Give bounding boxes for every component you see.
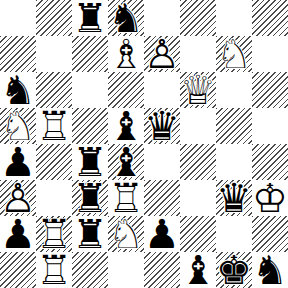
square-a5[interactable]: ♞♘: [0, 108, 36, 144]
square-h3[interactable]: ♚♔: [252, 180, 288, 216]
white-queen-icon: ♕: [180, 72, 216, 108]
white-king-icon-fill: ♚: [252, 180, 288, 216]
white-rook-icon: ♖: [108, 180, 144, 216]
square-e4[interactable]: [144, 144, 180, 180]
square-f7[interactable]: [180, 36, 216, 72]
square-c2[interactable]: ♜: [72, 216, 108, 252]
black-rook-icon: ♜: [72, 216, 108, 252]
black-knight-icon: ♞: [252, 252, 288, 288]
square-f6[interactable]: ♛♕: [180, 72, 216, 108]
square-d4[interactable]: ♝: [108, 144, 144, 180]
square-a7[interactable]: [0, 36, 36, 72]
white-rook-icon-fill: ♜: [36, 252, 72, 288]
square-d3[interactable]: ♜♖: [108, 180, 144, 216]
square-e8[interactable]: [144, 0, 180, 36]
square-b7[interactable]: [36, 36, 72, 72]
square-a4[interactable]: ♟: [0, 144, 36, 180]
square-g5[interactable]: [216, 108, 252, 144]
square-h5[interactable]: [252, 108, 288, 144]
white-bishop-icon-fill: ♝: [108, 36, 144, 72]
square-h8[interactable]: [252, 0, 288, 36]
square-g8[interactable]: [216, 0, 252, 36]
square-f5[interactable]: [180, 108, 216, 144]
square-d2[interactable]: ♞♘: [108, 216, 144, 252]
square-d6[interactable]: [108, 72, 144, 108]
square-a1[interactable]: [0, 252, 36, 288]
square-c1[interactable]: [72, 252, 108, 288]
square-b1[interactable]: ♜♖: [36, 252, 72, 288]
square-e6[interactable]: [144, 72, 180, 108]
white-rook-icon-fill: ♜: [108, 180, 144, 216]
white-knight-icon-fill: ♞: [0, 108, 36, 144]
white-rook-icon: ♖: [36, 216, 72, 252]
white-pawn-icon: ♙: [0, 180, 36, 216]
square-h2[interactable]: [252, 216, 288, 252]
square-g7[interactable]: ♞♘: [216, 36, 252, 72]
square-f8[interactable]: [180, 0, 216, 36]
square-g1[interactable]: ♚: [216, 252, 252, 288]
chess-board: ♜♞♝♗♟♙♞♘♞♛♕♞♘♜♖♝♛♟♜♝♟♙♜♜♖♛♚♔♟♜♖♜♞♘♟♜♖♝♚♞: [0, 0, 288, 288]
black-pawn-icon: ♟: [0, 216, 36, 252]
square-e1[interactable]: [144, 252, 180, 288]
white-knight-icon-fill: ♞: [108, 216, 144, 252]
square-h4[interactable]: [252, 144, 288, 180]
white-rook-icon-fill: ♜: [36, 108, 72, 144]
square-b5[interactable]: ♜♖: [36, 108, 72, 144]
square-h7[interactable]: [252, 36, 288, 72]
white-knight-icon: ♘: [0, 108, 36, 144]
square-f4[interactable]: [180, 144, 216, 180]
square-g2[interactable]: [216, 216, 252, 252]
black-bishop-icon: ♝: [108, 108, 144, 144]
square-a8[interactable]: [0, 0, 36, 36]
white-rook-icon-fill: ♜: [36, 216, 72, 252]
square-c8[interactable]: ♜: [72, 0, 108, 36]
black-queen-icon: ♛: [216, 180, 252, 216]
black-pawn-icon: ♟: [0, 144, 36, 180]
white-king-icon: ♔: [252, 180, 288, 216]
white-rook-icon: ♖: [36, 108, 72, 144]
square-e7[interactable]: ♟♙: [144, 36, 180, 72]
square-a6[interactable]: ♞: [0, 72, 36, 108]
white-knight-icon: ♘: [108, 216, 144, 252]
black-queen-icon: ♛: [144, 108, 180, 144]
square-e3[interactable]: [144, 180, 180, 216]
white-pawn-icon-fill: ♟: [144, 36, 180, 72]
square-b3[interactable]: [36, 180, 72, 216]
black-king-icon: ♚: [216, 252, 252, 288]
black-rook-icon: ♜: [72, 180, 108, 216]
black-knight-icon: ♞: [108, 0, 144, 36]
square-b4[interactable]: [36, 144, 72, 180]
white-knight-icon: ♘: [216, 36, 252, 72]
black-knight-icon: ♞: [0, 72, 36, 108]
black-pawn-icon: ♟: [144, 216, 180, 252]
white-knight-icon-fill: ♞: [216, 36, 252, 72]
square-h1[interactable]: ♞: [252, 252, 288, 288]
white-pawn-icon: ♙: [144, 36, 180, 72]
white-bishop-icon: ♗: [108, 36, 144, 72]
white-queen-icon-fill: ♛: [180, 72, 216, 108]
square-c3[interactable]: ♜: [72, 180, 108, 216]
square-a2[interactable]: ♟: [0, 216, 36, 252]
square-g4[interactable]: [216, 144, 252, 180]
white-pawn-icon-fill: ♟: [0, 180, 36, 216]
square-c4[interactable]: ♜: [72, 144, 108, 180]
black-bishop-icon: ♝: [180, 252, 216, 288]
square-d8[interactable]: ♞: [108, 0, 144, 36]
square-d1[interactable]: [108, 252, 144, 288]
square-c6[interactable]: [72, 72, 108, 108]
square-a3[interactable]: ♟♙: [0, 180, 36, 216]
square-g6[interactable]: [216, 72, 252, 108]
square-d5[interactable]: ♝: [108, 108, 144, 144]
square-g3[interactable]: ♛: [216, 180, 252, 216]
square-e5[interactable]: ♛: [144, 108, 180, 144]
black-rook-icon: ♜: [72, 0, 108, 36]
square-b6[interactable]: [36, 72, 72, 108]
square-f3[interactable]: [180, 180, 216, 216]
square-c7[interactable]: [72, 36, 108, 72]
square-b8[interactable]: [36, 0, 72, 36]
black-bishop-icon: ♝: [108, 144, 144, 180]
white-rook-icon: ♖: [36, 252, 72, 288]
square-f1[interactable]: ♝: [180, 252, 216, 288]
black-rook-icon: ♜: [72, 144, 108, 180]
square-d7[interactable]: ♝♗: [108, 36, 144, 72]
square-e2[interactable]: ♟: [144, 216, 180, 252]
square-f2[interactable]: [180, 216, 216, 252]
square-c5[interactable]: [72, 108, 108, 144]
square-h6[interactable]: [252, 72, 288, 108]
square-b2[interactable]: ♜♖: [36, 216, 72, 252]
